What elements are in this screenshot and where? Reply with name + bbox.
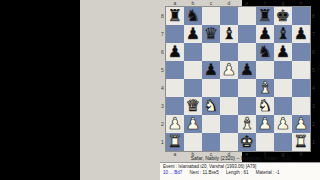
square-f4[interactable]: ♝ <box>256 79 274 97</box>
file-label-d: d <box>220 0 238 6</box>
square-d1[interactable] <box>220 133 238 151</box>
letterbox-background: abcdefgh abcdefgh 87654321 87654321 ♜♞♜♚… <box>0 0 320 180</box>
white-rook-h1[interactable]: ♜ <box>294 133 308 151</box>
rank-label-2: 2 <box>311 115 316 133</box>
square-h4[interactable] <box>292 79 310 97</box>
square-a7[interactable] <box>166 25 184 43</box>
square-f7[interactable]: ♟ <box>256 25 274 43</box>
square-f8[interactable]: ♜ <box>256 7 274 25</box>
square-e3[interactable] <box>238 97 256 115</box>
game-info-box: Event : Islamabad t20, Varshal (1993.06)… <box>160 162 320 180</box>
black-bishop-d7[interactable]: ♝ <box>222 25 236 43</box>
black-knight-b8[interactable]: ♞ <box>186 7 200 25</box>
material-advantage-pawn-icon: ♟ <box>314 58 320 74</box>
square-c8[interactable] <box>202 7 220 25</box>
file-label-h: h <box>292 0 310 6</box>
square-g2[interactable]: ♟ <box>274 115 292 133</box>
next-move[interactable]: Next : 11.Bxe5 <box>190 170 219 175</box>
square-f3[interactable]: ♞ <box>256 97 274 115</box>
square-h1[interactable]: ♜ <box>292 133 310 151</box>
square-g1[interactable] <box>274 133 292 151</box>
square-e5[interactable]: ♟ <box>238 61 256 79</box>
square-c3[interactable]: ♞ <box>202 97 220 115</box>
rank-label-5: 5 <box>160 61 165 79</box>
black-pawn-h7[interactable]: ♟ <box>294 25 308 43</box>
black-rook-f8[interactable]: ♜ <box>258 7 272 25</box>
square-d5[interactable]: ♟ <box>220 61 238 79</box>
game-length: Length : 61 <box>226 170 249 175</box>
video-frame: { "game": "chess", "app": "SCID-style ch… <box>0 0 320 180</box>
white-knight-c3[interactable]: ♞ <box>204 97 218 115</box>
rank-label-3: 3 <box>311 97 316 115</box>
rank-label-1: 1 <box>160 133 165 151</box>
move-status-line: 10 ... Bd7 Next : 11.Bxe5 Length : 61 Ma… <box>163 170 320 176</box>
black-queen-c7[interactable]: ♛ <box>204 25 218 43</box>
square-f5[interactable] <box>256 61 274 79</box>
rank-label-7: 7 <box>311 25 316 43</box>
square-b4[interactable] <box>184 79 202 97</box>
square-g8[interactable]: ♚ <box>274 7 292 25</box>
rank-label-6: 6 <box>160 43 165 61</box>
square-b6[interactable] <box>184 43 202 61</box>
square-g6[interactable]: ♟ <box>274 43 292 61</box>
white-pawn-d5[interactable]: ♟ <box>222 61 236 79</box>
black-rook-a8[interactable]: ♜ <box>168 7 182 25</box>
square-e1[interactable]: ♚ <box>238 133 256 151</box>
square-e2[interactable]: ♝ <box>238 115 256 133</box>
square-g4[interactable] <box>274 79 292 97</box>
square-b2[interactable]: ♟ <box>184 115 202 133</box>
square-g3[interactable] <box>274 97 292 115</box>
square-c6[interactable] <box>202 43 220 61</box>
rank-label-4: 4 <box>160 79 165 97</box>
square-e8[interactable] <box>238 7 256 25</box>
square-h6[interactable] <box>292 43 310 61</box>
current-move[interactable]: 10 ... Bd7 <box>163 170 182 175</box>
square-b1[interactable] <box>184 133 202 151</box>
chess-gui-panel: abcdefgh abcdefgh 87654321 87654321 ♜♞♜♚… <box>80 0 242 180</box>
rank-label-4: 4 <box>311 79 316 97</box>
white-pawn-f2[interactable]: ♟ <box>258 115 272 133</box>
square-a6[interactable]: ♟ <box>166 43 184 61</box>
rank-label-7: 7 <box>160 25 165 43</box>
white-knight-f3[interactable]: ♞ <box>258 97 272 115</box>
white-pawn-a2[interactable]: ♟ <box>168 115 182 133</box>
black-pawn-e5[interactable]: ♟ <box>240 61 254 79</box>
white-king-e1[interactable]: ♚ <box>240 133 254 151</box>
square-d3[interactable] <box>220 97 238 115</box>
rank-labels-left: 87654321 <box>160 7 165 151</box>
square-h5[interactable] <box>292 61 310 79</box>
square-h8[interactable] <box>292 7 310 25</box>
white-queen-b3[interactable]: ♛ <box>186 97 200 115</box>
square-f6[interactable]: ♞ <box>256 43 274 61</box>
square-a5[interactable] <box>166 61 184 79</box>
white-bishop-f4[interactable]: ♝ <box>258 79 272 97</box>
white-pawn-b2[interactable]: ♟ <box>186 115 200 133</box>
white-rook-a1[interactable]: ♜ <box>168 133 182 151</box>
rank-label-8: 8 <box>160 7 165 25</box>
square-g7[interactable]: ♝ <box>274 25 292 43</box>
square-h2[interactable]: ♟ <box>292 115 310 133</box>
square-f1[interactable] <box>256 133 274 151</box>
file-label-e: e <box>238 0 256 6</box>
black-pawn-b7[interactable]: ♟ <box>186 25 200 43</box>
square-b8[interactable]: ♞ <box>184 7 202 25</box>
square-g5[interactable] <box>274 61 292 79</box>
square-e7[interactable] <box>238 25 256 43</box>
material-count: Material : -1 <box>256 170 280 175</box>
black-knight-f6[interactable]: ♞ <box>258 43 272 61</box>
square-e6[interactable] <box>238 43 256 61</box>
square-b5[interactable] <box>184 61 202 79</box>
square-h7[interactable]: ♟ <box>292 25 310 43</box>
black-pawn-a6[interactable]: ♟ <box>168 43 182 61</box>
black-king-g8[interactable]: ♚ <box>276 7 290 25</box>
white-bishop-e2[interactable]: ♝ <box>240 115 254 133</box>
file-label-c: c <box>202 0 220 6</box>
square-c1[interactable] <box>202 133 220 151</box>
square-d8[interactable] <box>220 7 238 25</box>
square-c7[interactable]: ♛ <box>202 25 220 43</box>
square-a2[interactable]: ♟ <box>166 115 184 133</box>
rank-label-8: 8 <box>311 7 316 25</box>
white-pawn-g2[interactable]: ♟ <box>276 115 290 133</box>
square-a3[interactable] <box>166 97 184 115</box>
square-a4[interactable] <box>166 79 184 97</box>
black-pawn-c5[interactable]: ♟ <box>204 61 218 79</box>
rank-label-3: 3 <box>160 97 165 115</box>
black-pawn-g6[interactable]: ♟ <box>276 43 290 61</box>
square-b7[interactable]: ♟ <box>184 25 202 43</box>
square-a1[interactable]: ♜ <box>166 133 184 151</box>
square-b3[interactable]: ♛ <box>184 97 202 115</box>
square-a8[interactable]: ♜ <box>166 7 184 25</box>
square-d7[interactable]: ♝ <box>220 25 238 43</box>
square-c2[interactable] <box>202 115 220 133</box>
rank-label-2: 2 <box>160 115 165 133</box>
square-c5[interactable]: ♟ <box>202 61 220 79</box>
square-c4[interactable] <box>202 79 220 97</box>
game-title-players: Safar, Nabily (2320) -- Mawslan, Alkaley… <box>160 155 320 162</box>
square-d2[interactable] <box>220 115 238 133</box>
rank-label-1: 1 <box>311 133 316 151</box>
square-d4[interactable] <box>220 79 238 97</box>
square-d6[interactable] <box>220 43 238 61</box>
chess-board[interactable]: ♜♞♜♚♟♛♝♟♝♟♟♞♟♟♟♟♝♛♞♞♟♟♝♟♟♟♜♚♜ <box>166 7 310 151</box>
square-e4[interactable] <box>238 79 256 97</box>
square-h3[interactable] <box>292 97 310 115</box>
black-bishop-g7[interactable]: ♝ <box>276 25 290 43</box>
black-pawn-f7[interactable]: ♟ <box>258 25 272 43</box>
square-f2[interactable]: ♟ <box>256 115 274 133</box>
rank-labels-right: 87654321 <box>311 7 316 151</box>
white-pawn-h2[interactable]: ♟ <box>294 115 308 133</box>
